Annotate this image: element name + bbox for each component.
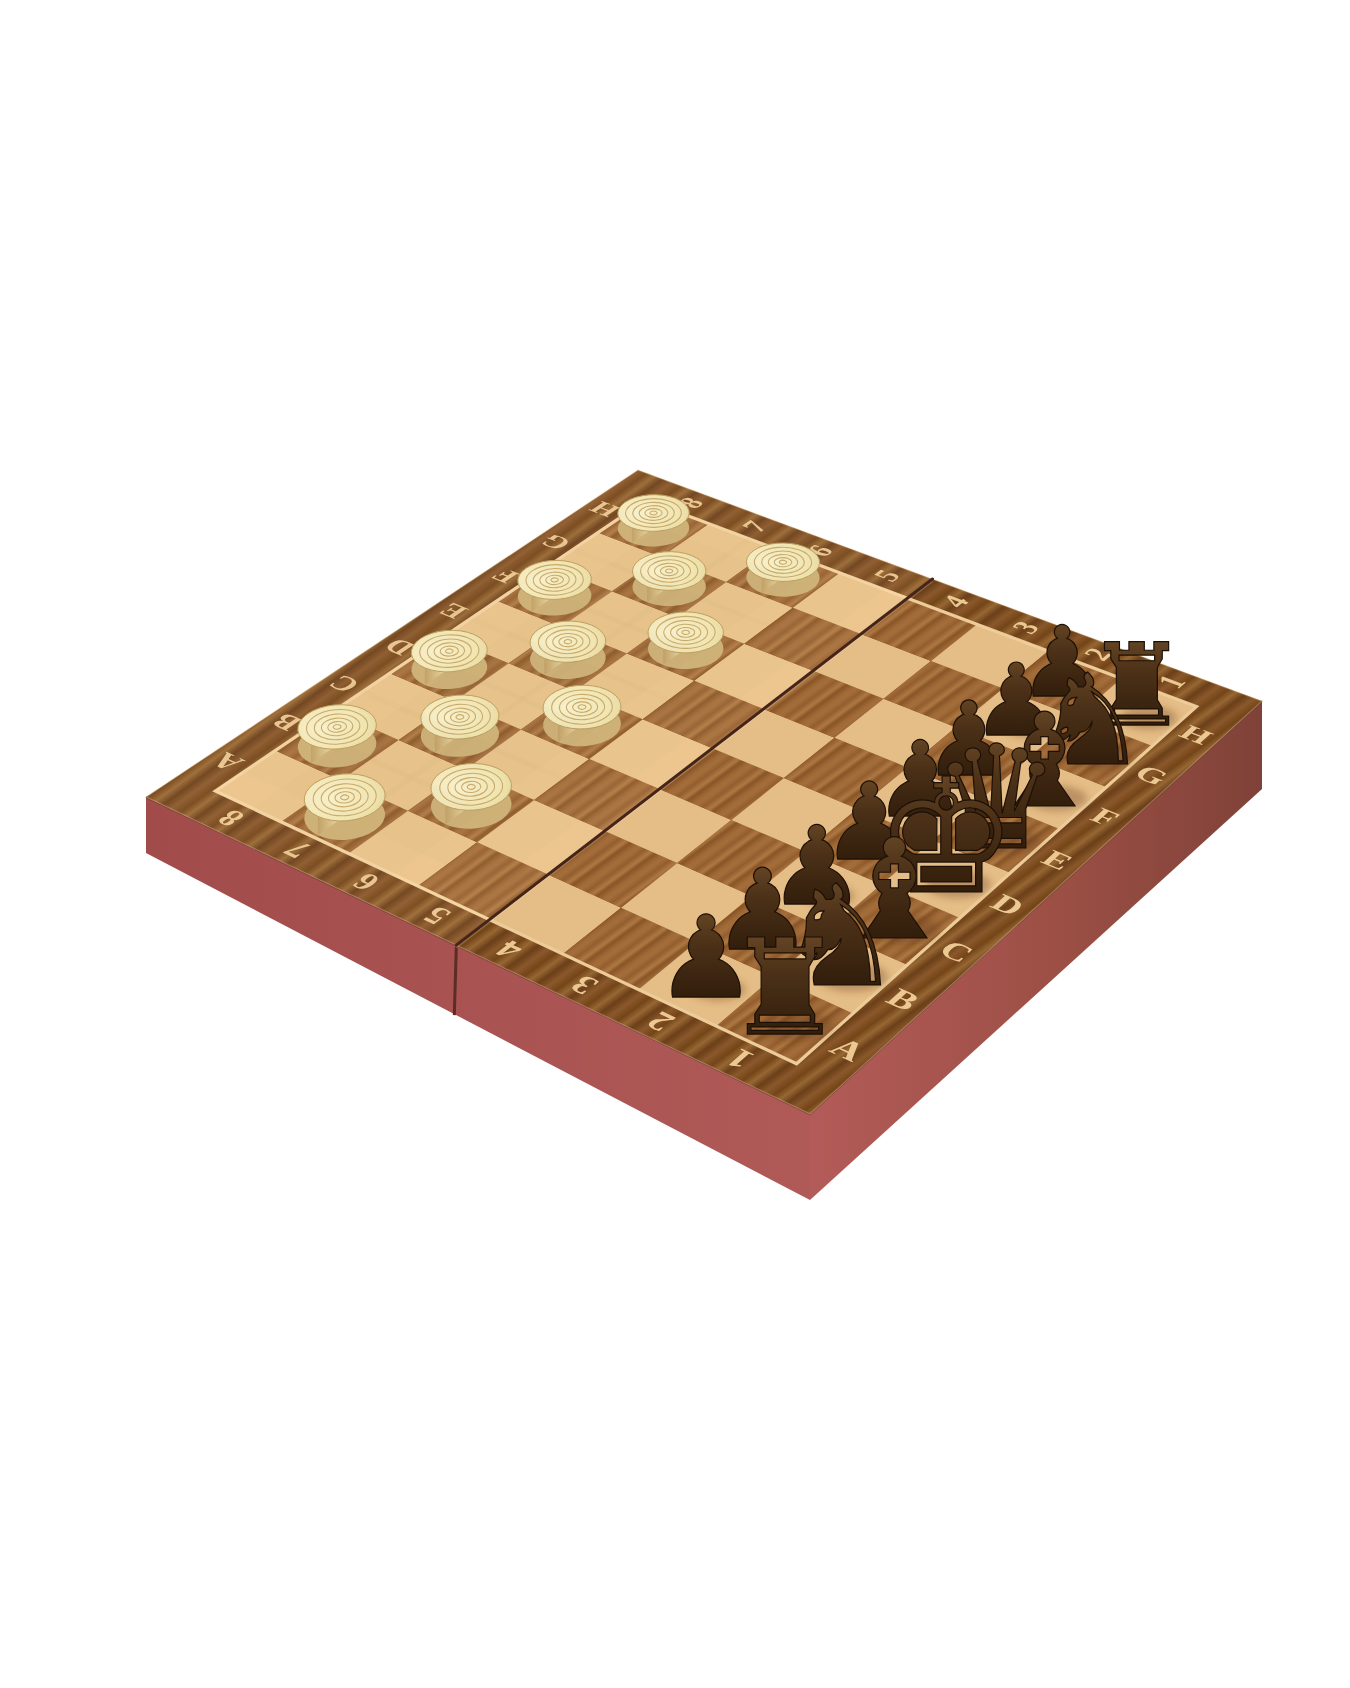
board-scene: A A B B C C D D E E F F G G H H 8 8 7 7 … — [0, 0, 1350, 1688]
product-photo-stage: A A B B C C D D E E F F G G H H 8 8 7 7 … — [0, 0, 1350, 1688]
fold-seam-side — [454, 947, 456, 1015]
chess-piece-rook-a1[interactable]: ♜ — [725, 911, 844, 1065]
svg-text:♜: ♜ — [725, 911, 844, 1065]
